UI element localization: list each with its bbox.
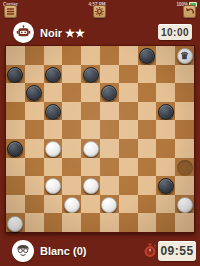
app-screen: Carrier 4:57 PM 100% bbox=[0, 0, 200, 266]
square-r9c7[interactable] bbox=[138, 213, 157, 232]
square-r1c0[interactable] bbox=[6, 65, 25, 84]
white-man[interactable] bbox=[45, 178, 61, 194]
square-r0c3[interactable] bbox=[62, 46, 81, 65]
square-r1c2[interactable] bbox=[44, 65, 63, 84]
square-r9c9[interactable] bbox=[175, 213, 194, 232]
square-r5c3[interactable] bbox=[62, 139, 81, 158]
undo-button[interactable] bbox=[183, 5, 196, 18]
square-r1c5[interactable] bbox=[100, 65, 119, 84]
black-man[interactable] bbox=[158, 178, 174, 194]
square-r8c0[interactable] bbox=[6, 195, 25, 214]
square-r8c7[interactable] bbox=[138, 195, 157, 214]
white-man[interactable] bbox=[64, 197, 80, 213]
square-r9c0[interactable] bbox=[6, 213, 25, 232]
white-man[interactable] bbox=[101, 197, 117, 213]
square-r0c9[interactable]: ♛ bbox=[175, 46, 194, 65]
white-man[interactable] bbox=[45, 141, 61, 157]
square-r1c9[interactable] bbox=[175, 65, 194, 84]
ghost-piece bbox=[177, 160, 193, 176]
square-r7c5[interactable] bbox=[100, 176, 119, 195]
square-r0c4[interactable] bbox=[81, 46, 100, 65]
square-r2c9[interactable] bbox=[175, 83, 194, 102]
square-r4c0[interactable] bbox=[6, 120, 25, 139]
square-r9c8[interactable] bbox=[156, 213, 175, 232]
square-r7c3[interactable] bbox=[62, 176, 81, 195]
square-r4c4[interactable] bbox=[81, 120, 100, 139]
square-r6c9[interactable] bbox=[175, 158, 194, 177]
black-man[interactable] bbox=[101, 85, 117, 101]
square-r4c3[interactable] bbox=[62, 120, 81, 139]
square-r3c3[interactable] bbox=[62, 102, 81, 121]
square-r9c2[interactable] bbox=[44, 213, 63, 232]
square-r9c6[interactable] bbox=[119, 213, 138, 232]
square-r5c0[interactable] bbox=[6, 139, 25, 158]
square-r2c7[interactable] bbox=[138, 83, 157, 102]
square-r6c2[interactable] bbox=[44, 158, 63, 177]
square-r5c8[interactable] bbox=[156, 139, 175, 158]
player-timer: 09:55 bbox=[158, 241, 196, 261]
opponent-name: Noir ★★ bbox=[40, 27, 85, 40]
square-r9c3[interactable] bbox=[62, 213, 81, 232]
square-r7c7[interactable] bbox=[138, 176, 157, 195]
square-r7c1[interactable] bbox=[25, 176, 44, 195]
square-r0c6[interactable] bbox=[119, 46, 138, 65]
white-man[interactable] bbox=[83, 178, 99, 194]
board: ♛ bbox=[5, 45, 195, 233]
black-man[interactable] bbox=[7, 141, 23, 157]
square-r3c5[interactable] bbox=[100, 102, 119, 121]
stopwatch-icon bbox=[143, 243, 157, 258]
square-r8c1[interactable] bbox=[25, 195, 44, 214]
square-r2c0[interactable] bbox=[6, 83, 25, 102]
settings-icon bbox=[95, 7, 104, 16]
square-r6c6[interactable] bbox=[119, 158, 138, 177]
square-r2c3[interactable] bbox=[62, 83, 81, 102]
square-r2c8[interactable] bbox=[156, 83, 175, 102]
face-icon bbox=[15, 243, 31, 259]
square-r5c2[interactable] bbox=[44, 139, 63, 158]
square-r8c2[interactable] bbox=[44, 195, 63, 214]
menu-icon bbox=[6, 7, 15, 16]
square-r2c2[interactable] bbox=[44, 83, 63, 102]
square-r2c5[interactable] bbox=[100, 83, 119, 102]
square-r6c5[interactable] bbox=[100, 158, 119, 177]
square-r8c3[interactable] bbox=[62, 195, 81, 214]
square-r8c5[interactable] bbox=[100, 195, 119, 214]
square-r8c4[interactable] bbox=[81, 195, 100, 214]
square-r3c8[interactable] bbox=[156, 102, 175, 121]
square-r1c6[interactable] bbox=[119, 65, 138, 84]
robot-icon bbox=[16, 25, 31, 40]
square-r0c8[interactable] bbox=[156, 46, 175, 65]
player-name: Blanc (0) bbox=[40, 245, 86, 257]
settings-button[interactable] bbox=[93, 5, 106, 18]
square-r2c1[interactable] bbox=[25, 83, 44, 102]
square-r1c8[interactable] bbox=[156, 65, 175, 84]
square-r3c1[interactable] bbox=[25, 102, 44, 121]
square-r3c2[interactable] bbox=[44, 102, 63, 121]
white-man[interactable] bbox=[7, 216, 23, 232]
menu-button[interactable] bbox=[4, 5, 17, 18]
square-r1c3[interactable] bbox=[62, 65, 81, 84]
square-r9c5[interactable] bbox=[100, 213, 119, 232]
black-man[interactable] bbox=[45, 104, 61, 120]
square-r3c7[interactable] bbox=[138, 102, 157, 121]
square-r1c4[interactable] bbox=[81, 65, 100, 84]
square-r2c6[interactable] bbox=[119, 83, 138, 102]
square-r1c1[interactable] bbox=[25, 65, 44, 84]
square-r7c2[interactable] bbox=[44, 176, 63, 195]
black-man[interactable] bbox=[45, 67, 61, 83]
square-r6c3[interactable] bbox=[62, 158, 81, 177]
opponent-avatar bbox=[13, 22, 34, 43]
square-r7c4[interactable] bbox=[81, 176, 100, 195]
square-r6c8[interactable] bbox=[156, 158, 175, 177]
square-r0c0[interactable] bbox=[6, 46, 25, 65]
square-r4c1[interactable] bbox=[25, 120, 44, 139]
white-king[interactable]: ♛ bbox=[177, 48, 193, 64]
square-r0c7[interactable] bbox=[138, 46, 157, 65]
square-r3c4[interactable] bbox=[81, 102, 100, 121]
square-r5c7[interactable] bbox=[138, 139, 157, 158]
square-r8c6[interactable] bbox=[119, 195, 138, 214]
square-r0c5[interactable] bbox=[100, 46, 119, 65]
square-r6c1[interactable] bbox=[25, 158, 44, 177]
undo-icon bbox=[185, 7, 195, 16]
square-r5c1[interactable] bbox=[25, 139, 44, 158]
black-man[interactable] bbox=[26, 85, 42, 101]
black-man[interactable] bbox=[83, 67, 99, 83]
white-man[interactable] bbox=[83, 141, 99, 157]
square-r0c1[interactable] bbox=[25, 46, 44, 65]
square-r4c8[interactable] bbox=[156, 120, 175, 139]
square-r9c4[interactable] bbox=[81, 213, 100, 232]
square-r1c7[interactable] bbox=[138, 65, 157, 84]
square-r0c2[interactable] bbox=[44, 46, 63, 65]
square-r5c4[interactable] bbox=[81, 139, 100, 158]
square-r9c1[interactable] bbox=[25, 213, 44, 232]
square-r4c9[interactable] bbox=[175, 120, 194, 139]
black-man[interactable] bbox=[7, 67, 23, 83]
square-r6c0[interactable] bbox=[6, 158, 25, 177]
square-r4c2[interactable] bbox=[44, 120, 63, 139]
square-r4c5[interactable] bbox=[100, 120, 119, 139]
square-r6c4[interactable] bbox=[81, 158, 100, 177]
square-r5c9[interactable] bbox=[175, 139, 194, 158]
square-r7c0[interactable] bbox=[6, 176, 25, 195]
square-r7c9[interactable] bbox=[175, 176, 194, 195]
square-r4c7[interactable] bbox=[138, 120, 157, 139]
opponent-timer: 10:00 bbox=[158, 24, 192, 40]
square-r3c0[interactable] bbox=[6, 102, 25, 121]
white-man[interactable] bbox=[177, 197, 193, 213]
black-man[interactable] bbox=[139, 48, 155, 64]
square-r3c6[interactable] bbox=[119, 102, 138, 121]
square-r7c6[interactable] bbox=[119, 176, 138, 195]
square-r8c9[interactable] bbox=[175, 195, 194, 214]
square-r3c9[interactable] bbox=[175, 102, 194, 121]
player-avatar bbox=[12, 240, 34, 262]
square-r4c6[interactable] bbox=[119, 120, 138, 139]
square-r5c5[interactable] bbox=[100, 139, 119, 158]
square-r6c7[interactable] bbox=[138, 158, 157, 177]
square-r8c8[interactable] bbox=[156, 195, 175, 214]
square-r5c6[interactable] bbox=[119, 139, 138, 158]
square-r7c8[interactable] bbox=[156, 176, 175, 195]
black-man[interactable] bbox=[158, 104, 174, 120]
square-r2c4[interactable] bbox=[81, 83, 100, 102]
